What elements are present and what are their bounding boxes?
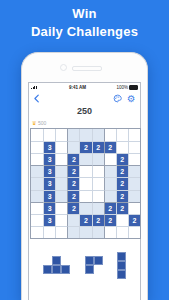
board-cell[interactable]: 2 <box>104 202 116 214</box>
board-cell[interactable] <box>92 165 104 177</box>
best-score-value: 500 <box>38 120 46 126</box>
piece-i-triomino-vertical[interactable] <box>117 252 126 279</box>
piece-empty <box>43 256 52 265</box>
crown-icon: ♛ <box>32 120 37 126</box>
board-cell[interactable]: 2 <box>92 214 104 226</box>
board-cell[interactable]: 2 <box>79 141 91 153</box>
board-cell[interactable]: 2 <box>92 141 104 153</box>
board-cell[interactable]: 3 <box>43 177 55 189</box>
board-cell[interactable]: 2 <box>116 190 128 202</box>
board-cell[interactable] <box>116 129 128 141</box>
board-cell[interactable] <box>92 202 104 214</box>
board-cell[interactable] <box>116 226 128 238</box>
current-score: 250 <box>29 106 140 116</box>
board-cell[interactable] <box>43 129 55 141</box>
board-cell[interactable] <box>104 177 116 189</box>
board-cell[interactable] <box>31 165 43 177</box>
piece-tray <box>29 247 140 283</box>
status-time: 9:41 AM <box>39 85 117 90</box>
board-cell[interactable] <box>31 202 43 214</box>
board-cell[interactable]: 2 <box>67 177 79 189</box>
promo-line-1: Win <box>0 5 169 23</box>
board-cell[interactable] <box>31 141 43 153</box>
board-cell[interactable] <box>128 129 140 141</box>
board-cell[interactable] <box>104 129 116 141</box>
board-cell[interactable]: 3 <box>43 190 55 202</box>
status-bar: 9:41 AM 100% <box>31 84 138 91</box>
board-cell[interactable]: 3 <box>43 153 55 165</box>
board-cell[interactable] <box>128 202 140 214</box>
board-cell[interactable] <box>55 153 67 165</box>
board-cell[interactable] <box>92 177 104 189</box>
piece-t-tetromino[interactable] <box>43 256 70 274</box>
board-cell[interactable] <box>92 190 104 202</box>
board-cell[interactable]: 2 <box>67 190 79 202</box>
board-cell[interactable] <box>104 190 116 202</box>
board-cell[interactable] <box>128 153 140 165</box>
board-cell[interactable]: 3 <box>43 165 55 177</box>
piece-block <box>85 256 94 265</box>
board-cell[interactable]: 2 <box>67 165 79 177</box>
board-cell[interactable]: 2 <box>104 141 116 153</box>
piece-block <box>61 265 70 274</box>
piece-block <box>52 265 61 274</box>
board-cell[interactable] <box>31 190 43 202</box>
back-button[interactable] <box>32 93 42 104</box>
earpiece-speaker <box>72 66 102 71</box>
piece-block <box>43 265 52 274</box>
board-cell[interactable] <box>67 129 79 141</box>
board-cell[interactable] <box>31 214 43 226</box>
board-cell[interactable] <box>79 129 91 141</box>
board-cell[interactable] <box>55 214 67 226</box>
board-cell[interactable] <box>55 177 67 189</box>
battery-percent: 100% <box>116 85 128 90</box>
board-cell[interactable] <box>31 129 43 141</box>
board-cell[interactable]: 2 <box>104 214 116 226</box>
piece-block <box>94 256 103 265</box>
piece-empty <box>94 265 103 274</box>
nav-row: ⚙ <box>32 92 136 105</box>
board-cell[interactable] <box>67 226 79 238</box>
puzzle-board: 3222322322322322322232222 <box>30 128 141 239</box>
board-cell[interactable]: 3 <box>43 214 55 226</box>
piece-block <box>117 261 126 270</box>
board-cell[interactable] <box>128 165 140 177</box>
phone-screen: 9:41 AM 100% ⚙ 250 <box>28 82 141 300</box>
promo-title: Win Daily Challenges <box>0 5 169 41</box>
signal-icon <box>31 86 37 90</box>
board-cell[interactable] <box>55 165 67 177</box>
board-cell[interactable]: 2 <box>79 214 91 226</box>
board-cell[interactable] <box>79 177 91 189</box>
board-cell[interactable] <box>55 141 67 153</box>
best-score-badge: ♛ 500 <box>32 120 46 126</box>
board-cell[interactable] <box>67 141 79 153</box>
promo-line-2: Daily Challenges <box>0 23 169 41</box>
board-cell[interactable] <box>67 214 79 226</box>
board-cell[interactable]: 3 <box>43 141 55 153</box>
board-cell[interactable] <box>92 226 104 238</box>
board-cell[interactable] <box>43 226 55 238</box>
board-cell[interactable] <box>128 141 140 153</box>
board-cell[interactable]: 2 <box>67 202 79 214</box>
board-cell[interactable]: 2 <box>116 153 128 165</box>
board-cell[interactable] <box>79 153 91 165</box>
board-cell[interactable] <box>31 153 43 165</box>
piece-block <box>117 270 126 279</box>
board-cell[interactable] <box>79 165 91 177</box>
board-cell[interactable] <box>31 177 43 189</box>
board-cell[interactable] <box>116 141 128 153</box>
theme-palette-button[interactable] <box>113 94 122 103</box>
piece-block <box>52 256 61 265</box>
board-cell[interactable] <box>55 226 67 238</box>
piece-block <box>85 265 94 274</box>
board-cell[interactable] <box>104 153 116 165</box>
phone-mockup: 9:41 AM 100% ⚙ 250 <box>21 52 148 300</box>
board-cell[interactable]: 2 <box>116 202 128 214</box>
board-cell[interactable] <box>79 226 91 238</box>
board-cell[interactable] <box>128 177 140 189</box>
board-cell[interactable] <box>92 129 104 141</box>
board-cell[interactable] <box>128 226 140 238</box>
piece-corner-triomino[interactable] <box>85 256 103 274</box>
board-cell[interactable]: 2 <box>116 165 128 177</box>
board-cell[interactable]: 3 <box>43 202 55 214</box>
piece-block <box>117 252 126 261</box>
board-cell[interactable] <box>79 202 91 214</box>
board-cell[interactable] <box>55 190 67 202</box>
piece-empty <box>61 256 70 265</box>
board-cell[interactable] <box>128 190 140 202</box>
app-store-screenshot: Win Daily Challenges 9:41 AM 100% <box>0 0 169 300</box>
board-cell[interactable] <box>104 165 116 177</box>
board-cell[interactable]: 2 <box>116 177 128 189</box>
board-cell[interactable]: 2 <box>67 153 79 165</box>
settings-gear-button[interactable]: ⚙ <box>127 94 136 103</box>
board-cell[interactable] <box>104 226 116 238</box>
status-right: 100% <box>116 85 138 91</box>
board-cell[interactable] <box>92 153 104 165</box>
board-cell[interactable] <box>55 202 67 214</box>
board-cell[interactable]: 2 <box>128 214 140 226</box>
board-cell[interactable] <box>79 190 91 202</box>
board-cell[interactable] <box>55 129 67 141</box>
board-cell[interactable] <box>116 214 128 226</box>
board-cell[interactable] <box>31 226 43 238</box>
battery-icon <box>129 85 138 91</box>
front-camera <box>60 64 67 71</box>
